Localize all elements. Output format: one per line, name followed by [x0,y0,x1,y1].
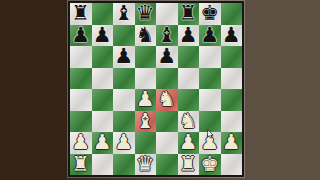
white-pawn[interactable]: ♟ [93,132,112,153]
square-h1[interactable] [221,154,243,176]
app-background: ♜♝♛♜♚♟♟♞♝♟♟♟♟♟♟♞♝♞♟♟♟♟♟♟♜♛♜♚ [0,0,320,180]
square-g4[interactable] [199,89,221,111]
square-c1[interactable] [113,154,135,176]
square-d7[interactable]: ♞ [135,25,157,47]
white-pawn[interactable]: ♟ [114,132,133,153]
square-a7[interactable]: ♟ [70,25,92,47]
square-f5[interactable] [178,68,200,90]
square-c5[interactable] [113,68,135,90]
black-king[interactable]: ♚ [200,3,219,24]
white-pawn[interactable]: ♟ [136,89,155,110]
white-bishop[interactable]: ♝ [136,110,155,131]
square-a4[interactable] [70,89,92,111]
black-pawn[interactable]: ♟ [71,24,90,45]
square-f1[interactable]: ♜ [178,154,200,176]
square-f6[interactable] [178,46,200,68]
square-a6[interactable] [70,46,92,68]
square-g7[interactable]: ♟ [199,25,221,47]
black-pawn[interactable]: ♟ [157,46,176,67]
square-b4[interactable] [92,89,114,111]
black-pawn[interactable]: ♟ [200,24,219,45]
square-g1[interactable]: ♚ [199,154,221,176]
black-bishop[interactable]: ♝ [114,3,133,24]
black-pawn[interactable]: ♟ [114,46,133,67]
square-b6[interactable] [92,46,114,68]
square-d1[interactable]: ♛ [135,154,157,176]
black-pawn[interactable]: ♟ [222,24,241,45]
square-e6[interactable]: ♟ [156,46,178,68]
square-d3[interactable]: ♝ [135,111,157,133]
black-knight[interactable]: ♞ [136,24,155,45]
square-e2[interactable] [156,132,178,154]
square-e4[interactable]: ♞ [156,89,178,111]
square-a5[interactable] [70,68,92,90]
square-b7[interactable]: ♟ [92,25,114,47]
square-b5[interactable] [92,68,114,90]
chess-board: ♜♝♛♜♚♟♟♞♝♟♟♟♟♟♟♞♝♞♟♟♟♟♟♟♜♛♜♚ [68,1,244,177]
white-pawn[interactable]: ♟ [71,132,90,153]
square-h6[interactable] [221,46,243,68]
square-h4[interactable] [221,89,243,111]
square-c2[interactable]: ♟ [113,132,135,154]
black-rook[interactable]: ♜ [71,3,90,24]
white-knight[interactable]: ♞ [157,89,176,110]
square-c6[interactable]: ♟ [113,46,135,68]
square-h7[interactable]: ♟ [221,25,243,47]
black-rook[interactable]: ♜ [179,3,198,24]
square-g6[interactable] [199,46,221,68]
square-h5[interactable] [221,68,243,90]
white-queen[interactable]: ♛ [136,153,155,174]
square-e3[interactable] [156,111,178,133]
white-pawn[interactable]: ♟ [200,132,219,153]
square-h2[interactable]: ♟ [221,132,243,154]
white-pawn[interactable]: ♟ [179,132,198,153]
square-f7[interactable]: ♟ [178,25,200,47]
black-bishop[interactable]: ♝ [157,24,176,45]
white-king[interactable]: ♚ [200,153,219,174]
square-b2[interactable]: ♟ [92,132,114,154]
square-g5[interactable] [199,68,221,90]
black-pawn[interactable]: ♟ [93,24,112,45]
black-pawn[interactable]: ♟ [179,24,198,45]
white-knight[interactable]: ♞ [179,110,198,131]
black-queen[interactable]: ♛ [136,3,155,24]
white-rook[interactable]: ♜ [71,153,90,174]
square-e1[interactable] [156,154,178,176]
square-c4[interactable] [113,89,135,111]
square-d6[interactable] [135,46,157,68]
white-pawn[interactable]: ♟ [222,132,241,153]
square-a1[interactable]: ♜ [70,154,92,176]
square-b1[interactable] [92,154,114,176]
square-c8[interactable]: ♝ [113,3,135,25]
white-rook[interactable]: ♜ [179,153,198,174]
